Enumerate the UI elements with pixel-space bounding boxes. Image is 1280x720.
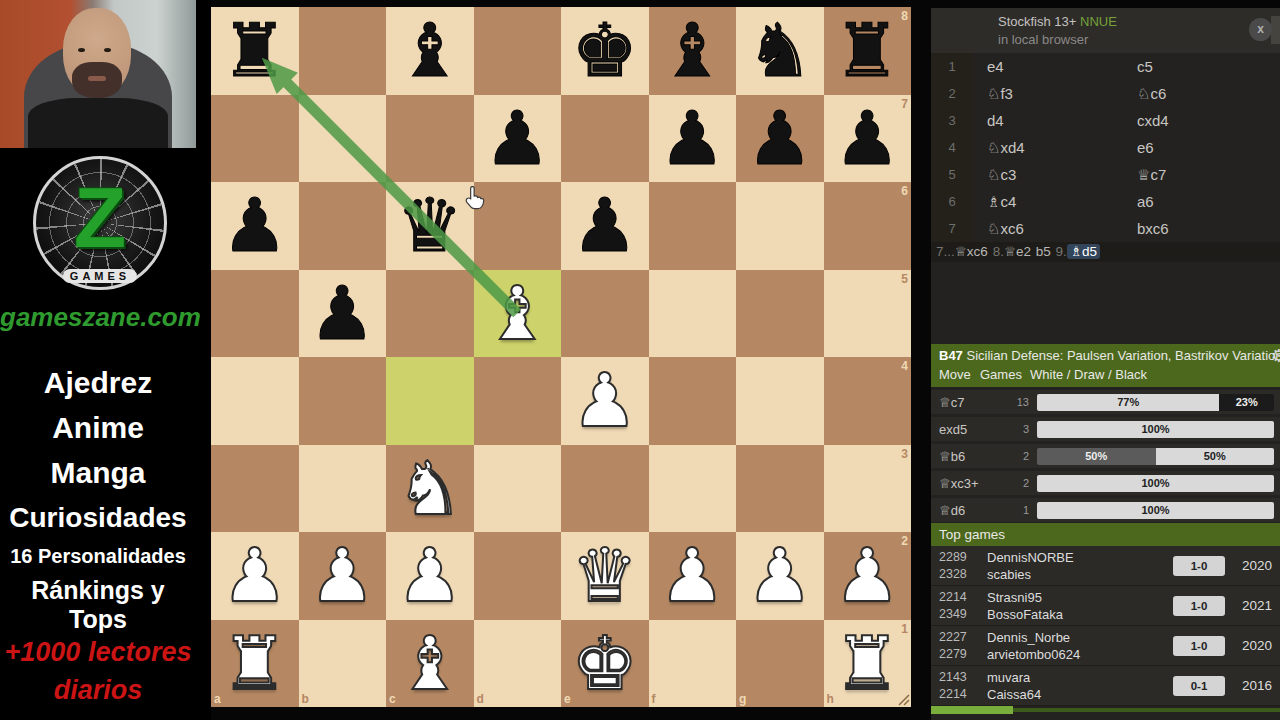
move-number: 3 (931, 107, 973, 134)
square-d6[interactable] (474, 182, 562, 270)
move-number: 5 (931, 161, 973, 188)
move-number: 4 (931, 134, 973, 161)
progress-fill[interactable] (931, 706, 1013, 714)
webcam-feed (0, 0, 196, 148)
white-pawn-h2[interactable]: ♟ (824, 532, 912, 620)
logo-z-letter: Z (36, 167, 164, 267)
webcam-mouth (88, 76, 106, 81)
white-pawn-c2[interactable]: ♟ (386, 532, 474, 620)
square-a4[interactable] (211, 357, 299, 445)
explorer-games-count: 2 (995, 477, 1037, 489)
engine-subtitle: in local browser (998, 32, 1088, 47)
explorer-settings-gear-icon[interactable]: ⚙ (1271, 348, 1280, 365)
move-number: 2 (931, 80, 973, 107)
explorer-games-count: 2 (995, 450, 1037, 462)
bar-segment-white: 50% (1156, 448, 1275, 465)
bar-segment-black: 23% (1219, 394, 1274, 411)
move-row-4: 4♘xd4e6 (931, 134, 1280, 161)
white-bishop-c1[interactable]: ♝ (386, 620, 474, 708)
white-move[interactable]: ♘f3 (973, 80, 1137, 107)
game-year: 2020 (1232, 638, 1280, 653)
explorer-row-exd5[interactable]: exd53100% (931, 417, 1280, 441)
menu-item-ajedrez: Ajedrez (0, 366, 196, 400)
game-year: 2021 (1232, 598, 1280, 613)
black-queen-c6[interactable]: ♛ (386, 182, 474, 270)
black-move[interactable]: a6 (1137, 188, 1280, 215)
bar-segment-white: 100% (1037, 421, 1274, 438)
win-draw-loss-bar: 100% (1037, 421, 1274, 438)
win-draw-loss-bar: 100% (1037, 475, 1274, 492)
white-move[interactable]: ♘xc6 (973, 215, 1137, 242)
black-king-e8[interactable]: ♚ (561, 7, 649, 95)
white-move[interactable]: e4 (973, 53, 1137, 80)
explorer-move: ♕b6 (931, 449, 995, 464)
variation-token[interactable]: ♕xc6 (955, 244, 988, 259)
square-b4[interactable] (299, 357, 387, 445)
black-pawn-a6[interactable]: ♟ (211, 182, 299, 270)
panel-spacer (931, 262, 1280, 344)
rank-label-4: 4 (901, 360, 908, 372)
white-move[interactable]: d4 (973, 107, 1137, 134)
square-b6[interactable] (299, 182, 387, 270)
square-b8[interactable] (299, 7, 387, 95)
explorer-column-headers: Move Games White / Draw / Black (931, 366, 1280, 387)
top-games-header: Top games (931, 523, 1280, 546)
square-f6[interactable] (649, 182, 737, 270)
file-label-b: b (302, 693, 309, 705)
explorer-move: ♕xc3+ (931, 476, 995, 491)
menu-item-personalidades: 16 Personalidades (0, 545, 196, 568)
opening-explorer-header: B47 Sicilian Defense: Paulsen Variation,… (931, 344, 1280, 387)
streamer-sidebar: Z GAMES gameszane.com Ajedrez Anime Mang… (0, 0, 211, 720)
menu-item-anime: Anime (0, 411, 196, 445)
square-d4[interactable] (474, 357, 562, 445)
black-pawn-d7[interactable]: ♟ (474, 95, 562, 183)
move-number: 7 (931, 215, 973, 242)
opening-eco-code: B47 (939, 348, 963, 363)
black-knight-g8[interactable]: ♞ (736, 7, 824, 95)
win-draw-loss-bar: 50%50% (1037, 448, 1274, 465)
move-row-6: 6♗c4a6 (931, 188, 1280, 215)
square-g3[interactable] (736, 445, 824, 533)
file-label-g: g (739, 693, 746, 705)
file-label-f: f (652, 693, 656, 705)
square-h5[interactable]: 5 (824, 270, 912, 358)
square-c7[interactable] (386, 95, 474, 183)
square-f3[interactable] (649, 445, 737, 533)
square-d8[interactable] (474, 7, 562, 95)
square-h3[interactable]: 3 (824, 445, 912, 533)
column-wdb: White / Draw / Black (1030, 366, 1147, 383)
analysis-panel: Stockfish 13+ NNUE in local browser x 1e… (931, 8, 1280, 720)
black-move[interactable]: bxc6 (1137, 215, 1280, 242)
menu-item-rankings: Ránkings y Tops (0, 576, 196, 634)
black-pawn-g7[interactable]: ♟ (736, 95, 824, 183)
game-year: 2016 (1232, 678, 1280, 693)
game-year: 2020 (1232, 558, 1280, 573)
move-row-5: 5♘c3♕c7 (931, 161, 1280, 188)
white-rook-a1[interactable]: ♜ (211, 620, 299, 708)
black-pawn-h7[interactable]: ♟ (824, 95, 912, 183)
opening-name-line: B47 Sicilian Defense: Paulsen Variation,… (931, 344, 1280, 366)
close-icon[interactable]: x (1249, 18, 1272, 41)
square-d1[interactable]: d (474, 620, 562, 708)
bar-segment-white: 77% (1037, 394, 1219, 411)
explorer-row-♕d6[interactable]: ♕d61100% (931, 498, 1280, 522)
move-number: 1 (931, 53, 973, 80)
move-row-1: 1e4c5 (931, 53, 1280, 80)
result-badge: 1-0 (1173, 596, 1225, 616)
white-pawn-f2[interactable]: ♟ (649, 532, 737, 620)
site-url: gameszane.com (0, 302, 196, 333)
black-bishop-c8[interactable]: ♝ (386, 7, 474, 95)
engine-header: Stockfish 13+ NNUE in local browser x (931, 8, 1280, 53)
player-names: muvaraCaissa64 (987, 669, 1173, 703)
square-b7[interactable] (299, 95, 387, 183)
bar-segment-white: 100% (1037, 502, 1274, 519)
white-bishop-d5[interactable]: ♝ (474, 270, 562, 358)
black-move[interactable]: e6 (1137, 134, 1280, 161)
variation-token: 8. (993, 244, 1004, 259)
player-names: Dennis_Norbearvietombo0624 (987, 629, 1173, 663)
variation-token[interactable]: ♕e2 (1004, 244, 1031, 259)
webcam-shirt (28, 98, 168, 148)
explorer-row-♕c7[interactable]: ♕c71377%23% (931, 390, 1280, 414)
black-pawn-e6[interactable]: ♟ (561, 182, 649, 270)
column-games: Games (980, 366, 1030, 383)
menu-item-curiosidades: Curiosidades (0, 502, 196, 534)
white-move[interactable]: ♘xd4 (973, 134, 1137, 161)
player-ratings: 22272279 (931, 629, 987, 663)
zgames-logo: Z GAMES (33, 156, 167, 290)
black-pawn-f7[interactable]: ♟ (649, 95, 737, 183)
explorer-games-count: 13 (995, 396, 1037, 408)
white-pawn-b2[interactable]: ♟ (299, 532, 387, 620)
variation-line: 7...♕xc6 8.♕e2 b5 9.♗d5 (931, 242, 1280, 262)
white-move[interactable]: ♗c4 (973, 188, 1137, 215)
white-queen-e2[interactable]: ♛ (561, 532, 649, 620)
bar-segment-draw: 50% (1037, 448, 1156, 465)
white-knight-c3[interactable]: ♞ (386, 445, 474, 533)
square-g4[interactable] (736, 357, 824, 445)
move-row-7: 7♘xc6bxc6 (931, 215, 1280, 242)
square-a3[interactable] (211, 445, 299, 533)
square-b3[interactable] (299, 445, 387, 533)
white-pawn-e4[interactable]: ♟ (561, 357, 649, 445)
variation-token[interactable]: b5 (1036, 244, 1051, 259)
square-h6[interactable]: 6 (824, 182, 912, 270)
square-d2[interactable] (474, 532, 562, 620)
square-f1[interactable]: f (649, 620, 737, 708)
column-move: Move (939, 366, 980, 383)
result-badge: 1-0 (1173, 556, 1225, 576)
result-badge: 1-0 (1173, 636, 1225, 656)
engine-nnue-badge: NNUE (1080, 14, 1117, 29)
black-move[interactable]: cxd4 (1137, 107, 1280, 134)
move-list: 1e4c52♘f3♘c63d4cxd44♘xd4e65♘c3♕c76♗c4a67… (931, 53, 1280, 242)
move-row-2: 2♘f3♘c6 (931, 80, 1280, 107)
white-pawn-a2[interactable]: ♟ (211, 532, 299, 620)
explorer-move: ♕d6 (931, 503, 995, 518)
explorer-move: ♕c7 (931, 395, 995, 410)
white-pawn-g2[interactable]: ♟ (736, 532, 824, 620)
player-ratings: 21432214 (931, 669, 987, 703)
square-g1[interactable]: g (736, 620, 824, 708)
black-rook-a8[interactable]: ♜ (211, 7, 299, 95)
player-names: DennisNORBEscabies (987, 549, 1173, 583)
square-e3[interactable] (561, 445, 649, 533)
square-f4[interactable] (649, 357, 737, 445)
top-game-row[interactable]: 21432214muvaraCaissa640-12016 (931, 666, 1280, 706)
engine-name: Stockfish 13+ (998, 14, 1076, 29)
explorer-games-count: 1 (995, 504, 1037, 516)
rank-label-5: 5 (901, 273, 908, 285)
explorer-row-♕xc3+[interactable]: ♕xc3+2100% (931, 471, 1280, 495)
rank-label-6: 6 (901, 185, 908, 197)
explorer-games-count: 3 (995, 423, 1037, 435)
black-pawn-b5[interactable]: ♟ (299, 270, 387, 358)
mouse-cursor-hand (463, 186, 485, 214)
square-e5[interactable] (561, 270, 649, 358)
square-c5[interactable] (386, 270, 474, 358)
square-a7[interactable] (211, 95, 299, 183)
move-number: 6 (931, 188, 973, 215)
header-edge-slab (1271, 16, 1280, 44)
file-label-d: d (477, 693, 484, 705)
top-game-row[interactable]: 22892328DennisNORBEscabies1-02020 (931, 546, 1280, 586)
black-move[interactable]: c5 (1137, 53, 1280, 80)
player-ratings: 22142349 (931, 589, 987, 623)
variation-token: 7... (936, 244, 955, 259)
promo-daily: diarios (0, 675, 196, 706)
square-h4[interactable]: 4 (824, 357, 912, 445)
square-e7[interactable] (561, 95, 649, 183)
square-d3[interactable] (474, 445, 562, 533)
top-games-list: 22892328DennisNORBEscabies1-020202214234… (931, 546, 1280, 706)
explorer-rows: ♕c71377%23%exd53100%♕b6250%50%♕xc3+2100%… (931, 390, 1280, 522)
move-row-3: 3d4cxd4 (931, 107, 1280, 134)
player-names: Strasni95BossoFataka (987, 589, 1173, 623)
square-a5[interactable] (211, 270, 299, 358)
rank-label-3: 3 (901, 448, 908, 460)
engine-title: Stockfish 13+ NNUE (998, 14, 1117, 29)
win-draw-loss-bar: 100% (1037, 502, 1274, 519)
square-c4[interactable] (386, 357, 474, 445)
square-b1[interactable]: b (299, 620, 387, 708)
result-badge: 0-1 (1173, 676, 1225, 696)
explorer-row-♕b6[interactable]: ♕b6250%50% (931, 444, 1280, 468)
promo-readers: +1000 lectores (0, 637, 196, 668)
bar-segment-white: 100% (1037, 475, 1274, 492)
top-game-row[interactable]: 22272279Dennis_Norbearvietombo06241-0202… (931, 626, 1280, 666)
webcam-eye (78, 48, 85, 52)
webcam-eye (104, 48, 111, 52)
player-ratings: 22892328 (931, 549, 987, 583)
win-draw-loss-bar: 77%23% (1037, 394, 1274, 411)
black-rook-h8[interactable]: ♜ (824, 7, 912, 95)
variation-token: 9. (1056, 244, 1067, 259)
opening-name: Sicilian Defense: Paulsen Variation, Bas… (966, 348, 1280, 363)
logo-games-text: GAMES (63, 269, 137, 283)
black-move[interactable]: ♘c6 (1137, 80, 1280, 107)
app-window: Z GAMES gameszane.com Ajedrez Anime Mang… (0, 0, 1280, 720)
square-g5[interactable] (736, 270, 824, 358)
black-bishop-f8[interactable]: ♝ (649, 7, 737, 95)
variation-current-move[interactable]: ♗d5 (1067, 244, 1100, 259)
top-game-row[interactable]: 22142349Strasni95BossoFataka1-02021 (931, 586, 1280, 626)
explorer-move: exd5 (931, 422, 995, 437)
white-rook-h1[interactable]: ♜ (824, 620, 912, 708)
menu-item-manga: Manga (0, 456, 196, 490)
black-move[interactable]: ♕c7 (1137, 161, 1280, 188)
square-f5[interactable] (649, 270, 737, 358)
white-move[interactable]: ♘c3 (973, 161, 1137, 188)
square-g6[interactable] (736, 182, 824, 270)
white-king-e1[interactable]: ♚ (561, 620, 649, 708)
